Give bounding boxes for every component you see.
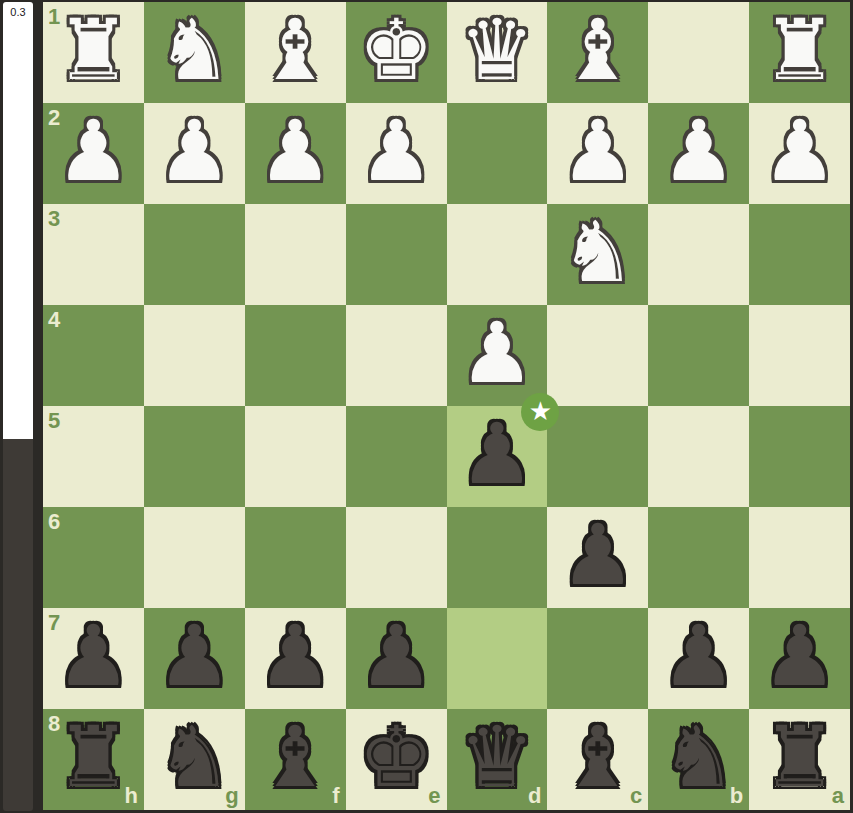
square-b1[interactable] (648, 2, 749, 103)
square-d5[interactable]: ♟★ (447, 406, 548, 507)
square-f8[interactable]: f♝ (245, 709, 346, 810)
square-h8[interactable]: 8h♜ (43, 709, 144, 810)
rank-label-3: 3 (48, 208, 60, 230)
white-pawn[interactable]: ♟ (157, 109, 232, 193)
black-knight[interactable]: ♞ (157, 715, 232, 799)
white-bishop[interactable]: ♝ (560, 8, 635, 92)
white-rook[interactable]: ♜ (56, 8, 131, 92)
square-a7[interactable]: ♟ (749, 608, 850, 709)
black-rook[interactable]: ♜ (56, 715, 131, 799)
white-pawn[interactable]: ♟ (560, 109, 635, 193)
square-c3[interactable]: ♞ (547, 204, 648, 305)
square-g8[interactable]: g♞ (144, 709, 245, 810)
square-f6[interactable] (245, 507, 346, 608)
white-pawn[interactable]: ♟ (661, 109, 736, 193)
square-g4[interactable] (144, 305, 245, 406)
square-d8[interactable]: d♛ (447, 709, 548, 810)
black-bishop[interactable]: ♝ (560, 715, 635, 799)
file-label-f: f (332, 785, 339, 807)
square-g1[interactable]: ♞ (144, 2, 245, 103)
white-knight[interactable]: ♞ (157, 8, 232, 92)
square-f1[interactable]: ♝ (245, 2, 346, 103)
square-b4[interactable] (648, 305, 749, 406)
square-f3[interactable] (245, 204, 346, 305)
square-f2[interactable]: ♟ (245, 103, 346, 204)
square-a4[interactable] (749, 305, 850, 406)
evaluation-bar: 0.3 (3, 2, 33, 811)
square-a6[interactable] (749, 507, 850, 608)
white-queen[interactable]: ♛ (459, 8, 534, 92)
square-f7[interactable]: ♟ (245, 608, 346, 709)
square-g7[interactable]: ♟ (144, 608, 245, 709)
square-d1[interactable]: ♛ (447, 2, 548, 103)
square-h6[interactable]: 6 (43, 507, 144, 608)
square-d7[interactable] (447, 608, 548, 709)
eval-black-section (3, 439, 33, 811)
square-b2[interactable]: ♟ (648, 103, 749, 204)
square-e7[interactable]: ♟ (346, 608, 447, 709)
white-pawn[interactable]: ♟ (459, 311, 534, 395)
black-pawn[interactable]: ♟ (560, 513, 635, 597)
white-bishop[interactable]: ♝ (258, 8, 333, 92)
square-f5[interactable] (245, 406, 346, 507)
white-pawn[interactable]: ♟ (258, 109, 333, 193)
square-b6[interactable] (648, 507, 749, 608)
square-d6[interactable] (447, 507, 548, 608)
square-h3[interactable]: 3 (43, 204, 144, 305)
chess-board[interactable]: 1♜♞♝♚♛♝♜2♟♟♟♟♟♟♟3♞4♟5♟★6♟7♟♟♟♟♟♟8h♜g♞f♝e… (43, 2, 850, 810)
black-knight[interactable]: ♞ (661, 715, 736, 799)
square-c1[interactable]: ♝ (547, 2, 648, 103)
square-e8[interactable]: e♚ (346, 709, 447, 810)
square-a5[interactable] (749, 406, 850, 507)
square-h5[interactable]: 5 (43, 406, 144, 507)
square-a3[interactable] (749, 204, 850, 305)
rank-label-6: 6 (48, 511, 60, 533)
square-e3[interactable] (346, 204, 447, 305)
black-queen[interactable]: ♛ (459, 715, 534, 799)
app-background: 0.3 1♜♞♝♚♛♝♜2♟♟♟♟♟♟♟3♞4♟5♟★6♟7♟♟♟♟♟♟8h♜g… (0, 0, 853, 813)
square-g3[interactable] (144, 204, 245, 305)
square-c6[interactable]: ♟ (547, 507, 648, 608)
square-c5[interactable] (547, 406, 648, 507)
square-h2[interactable]: 2♟ (43, 103, 144, 204)
black-pawn[interactable]: ♟ (762, 614, 837, 698)
black-bishop[interactable]: ♝ (258, 715, 333, 799)
square-d4[interactable]: ♟ (447, 305, 548, 406)
white-pawn[interactable]: ♟ (358, 109, 433, 193)
square-e1[interactable]: ♚ (346, 2, 447, 103)
black-rook[interactable]: ♜ (762, 715, 837, 799)
white-rook[interactable]: ♜ (762, 8, 837, 92)
square-e2[interactable]: ♟ (346, 103, 447, 204)
square-d3[interactable] (447, 204, 548, 305)
square-h1[interactable]: 1♜ (43, 2, 144, 103)
square-b5[interactable] (648, 406, 749, 507)
black-king[interactable]: ♚ (358, 715, 433, 799)
black-pawn[interactable]: ♟ (157, 614, 232, 698)
eval-white-section: 0.3 (3, 2, 33, 439)
square-b7[interactable]: ♟ (648, 608, 749, 709)
black-pawn[interactable]: ♟ (56, 614, 131, 698)
white-king[interactable]: ♚ (358, 8, 433, 92)
square-a2[interactable]: ♟ (749, 103, 850, 204)
white-pawn[interactable]: ♟ (56, 109, 131, 193)
square-g2[interactable]: ♟ (144, 103, 245, 204)
square-h4[interactable]: 4 (43, 305, 144, 406)
square-g5[interactable] (144, 406, 245, 507)
white-pawn[interactable]: ♟ (762, 109, 837, 193)
square-h7[interactable]: 7♟ (43, 608, 144, 709)
star-icon: ★ (529, 398, 552, 424)
square-e4[interactable] (346, 305, 447, 406)
square-b3[interactable] (648, 204, 749, 305)
black-pawn[interactable]: ♟ (358, 614, 433, 698)
white-knight[interactable]: ♞ (560, 210, 635, 294)
eval-score: 0.3 (10, 7, 25, 18)
rank-label-4: 4 (48, 309, 60, 331)
square-f4[interactable] (245, 305, 346, 406)
square-e5[interactable] (346, 406, 447, 507)
square-c7[interactable] (547, 608, 648, 709)
square-c2[interactable]: ♟ (547, 103, 648, 204)
square-c4[interactable] (547, 305, 648, 406)
black-pawn[interactable]: ♟ (661, 614, 736, 698)
square-g6[interactable] (144, 507, 245, 608)
square-a1[interactable]: ♜ (749, 2, 850, 103)
rank-label-5: 5 (48, 410, 60, 432)
square-c8[interactable]: c♝ (547, 709, 648, 810)
black-pawn[interactable]: ♟ (258, 614, 333, 698)
black-pawn[interactable]: ♟ (459, 412, 534, 496)
square-d2[interactable] (447, 103, 548, 204)
square-e6[interactable] (346, 507, 447, 608)
square-a8[interactable]: a♜ (749, 709, 850, 810)
square-b8[interactable]: b♞ (648, 709, 749, 810)
